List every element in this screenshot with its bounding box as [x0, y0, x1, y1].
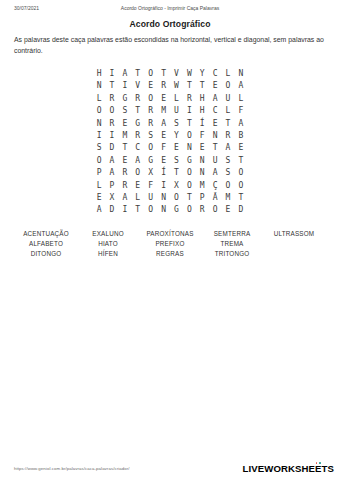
grid-cell-6-8[interactable]: O: [183, 129, 196, 141]
word-item: TRITONGO: [201, 249, 263, 259]
word-item: SEMTERRA: [201, 229, 263, 239]
word-item: ACENTUAÇÃO: [15, 229, 77, 239]
grid-cell-6-2[interactable]: I: [106, 129, 119, 141]
grid-cell-7-7[interactable]: E: [170, 142, 183, 154]
page-title: Acordo Ortográfico: [0, 19, 340, 29]
grid-cell-3-12[interactable]: L: [234, 92, 247, 104]
word-item: TREMA: [201, 239, 263, 249]
grid-cell-7-2[interactable]: D: [106, 142, 119, 154]
grid-cell-6-12[interactable]: B: [234, 129, 247, 141]
grid-cell-10-9[interactable]: M: [196, 179, 209, 191]
word-column-4: SEMTERRATREMATRITONGO: [201, 229, 263, 259]
word-item: DITONGO: [15, 249, 77, 259]
grid-cell-4-4[interactable]: T: [131, 105, 144, 117]
grid-cell-1-4[interactable]: T: [131, 67, 144, 79]
grid-cell-11-4[interactable]: L: [131, 191, 144, 203]
logo-text-post: TS: [322, 463, 334, 474]
grid-cell-9-10[interactable]: A: [209, 167, 222, 179]
grid-cell-8-9[interactable]: N: [196, 154, 209, 166]
grid-cell-5-1[interactable]: N: [93, 117, 106, 129]
word-column-1: ACENTUAÇÃOALFABETODITONGO: [15, 229, 77, 259]
liveworksheets-logo: LIVEWORKSHEETS: [231, 463, 334, 474]
grid-cell-11-3[interactable]: A: [118, 191, 131, 203]
grid-cell-6-3[interactable]: M: [118, 129, 131, 141]
grid-cell-3-9[interactable]: H: [196, 92, 209, 104]
grid-cell-6-6[interactable]: E: [157, 129, 170, 141]
grid-cell-5-6[interactable]: A: [157, 117, 170, 129]
grid-cell-9-3[interactable]: R: [118, 167, 131, 179]
word-item: REGRAS: [139, 249, 201, 259]
grid-cell-12-8[interactable]: O: [183, 204, 196, 216]
word-column-2: EXALUNOHIATOHÍFEN: [77, 229, 139, 259]
grid-cell-8-3[interactable]: E: [118, 154, 131, 166]
grid-cell-12-12[interactable]: D: [234, 204, 247, 216]
word-item: ULTRASSOM: [263, 229, 325, 239]
logo-text-pre: LIVEWORKSHE: [243, 463, 316, 474]
source-url: https://www.geniol.com.br/palavras/caca-…: [14, 466, 130, 471]
grid-cell-5-12[interactable]: A: [234, 117, 247, 129]
grid-cell-4-1[interactable]: O: [93, 105, 106, 117]
grid-cell-7-1[interactable]: S: [93, 142, 106, 154]
word-column-5: ULTRASSOM: [263, 229, 325, 259]
grid-cell-5-8[interactable]: T: [183, 117, 196, 129]
grid-cell-3-10[interactable]: A: [209, 92, 222, 104]
grid-cell-10-2[interactable]: P: [106, 179, 119, 191]
grid-cell-8-10[interactable]: U: [209, 154, 222, 166]
grid-cell-2-12[interactable]: A: [234, 80, 247, 92]
grid-cell-3-7[interactable]: L: [170, 92, 183, 104]
grid-cell-9-12[interactable]: O: [234, 167, 247, 179]
grid-cell-8-7[interactable]: S: [170, 154, 183, 166]
grid-cell-2-10[interactable]: E: [209, 80, 222, 92]
grid-cell-8-8[interactable]: G: [183, 154, 196, 166]
grid-cell-8-4[interactable]: A: [131, 154, 144, 166]
grid-cell-2-1[interactable]: N: [93, 80, 106, 92]
grid-cell-12-3[interactable]: I: [118, 204, 131, 216]
logo-text-e-dotted: E: [315, 463, 322, 474]
grid-cell-2-9[interactable]: T: [196, 80, 209, 92]
grid-cell-9-11[interactable]: S: [222, 167, 235, 179]
word-item: HIATO: [77, 239, 139, 249]
grid-cell-11-1[interactable]: E: [93, 191, 106, 203]
grid-cell-12-2[interactable]: D: [106, 204, 119, 216]
grid-cell-4-9[interactable]: H: [196, 105, 209, 117]
grid-cell-8-2[interactable]: A: [106, 154, 119, 166]
grid-cell-12-5[interactable]: O: [144, 204, 157, 216]
grid-cell-11-10[interactable]: Ã: [209, 191, 222, 203]
grid-cell-1-11[interactable]: L: [222, 67, 235, 79]
grid-cell-11-9[interactable]: P: [196, 191, 209, 203]
grid-cell-3-4[interactable]: R: [131, 92, 144, 104]
grid-cell-4-8[interactable]: I: [183, 105, 196, 117]
grid-cell-7-12[interactable]: E: [234, 142, 247, 154]
grid-cell-6-4[interactable]: R: [131, 129, 144, 141]
grid-cell-9-2[interactable]: A: [106, 167, 119, 179]
instructions-text: As palavras deste caça palavras estão es…: [14, 35, 326, 56]
grid-cell-4-3[interactable]: S: [118, 105, 131, 117]
grid-cell-2-6[interactable]: R: [157, 80, 170, 92]
grid-cell-7-4[interactable]: C: [131, 142, 144, 154]
grid-cell-2-4[interactable]: V: [131, 80, 144, 92]
grid-cell-1-12[interactable]: N: [234, 67, 247, 79]
grid-cell-12-4[interactable]: T: [131, 204, 144, 216]
grid-cell-11-2[interactable]: X: [106, 191, 119, 203]
grid-cell-2-8[interactable]: T: [183, 80, 196, 92]
grid-cell-7-10[interactable]: T: [209, 142, 222, 154]
grid-cell-11-8[interactable]: T: [183, 191, 196, 203]
grid-cell-10-11[interactable]: O: [222, 179, 235, 191]
grid-cell-1-8[interactable]: W: [183, 67, 196, 79]
grid-cell-6-9[interactable]: F: [196, 129, 209, 141]
word-list: ACENTUAÇÃOALFABETODITONGOEXALUNOHIATOHÍF…: [15, 229, 325, 259]
grid-cell-2-2[interactable]: T: [106, 80, 119, 92]
grid-cell-1-7[interactable]: V: [170, 67, 183, 79]
grid-cell-1-5[interactable]: O: [144, 67, 157, 79]
grid-cell-1-6[interactable]: T: [157, 67, 170, 79]
print-meta-row: 30/07/2021 Acordo Ortográfico - Imprimir…: [0, 0, 340, 13]
grid-cell-4-12[interactable]: F: [234, 105, 247, 117]
grid-cell-4-7[interactable]: U: [170, 105, 183, 117]
grid-cell-10-6[interactable]: I: [157, 179, 170, 191]
grid-cell-1-2[interactable]: I: [106, 67, 119, 79]
grid-cell-11-11[interactable]: M: [222, 191, 235, 203]
word-item: PREFIXO: [139, 239, 201, 249]
grid-cell-10-10[interactable]: Ç: [209, 179, 222, 191]
grid-cell-8-11[interactable]: S: [222, 154, 235, 166]
grid-cell-5-10[interactable]: E: [209, 117, 222, 129]
grid-cell-10-1[interactable]: L: [93, 179, 106, 191]
grid-cell-2-7[interactable]: W: [170, 80, 183, 92]
grid-cell-10-5[interactable]: F: [144, 179, 157, 191]
grid-cell-12-6[interactable]: N: [157, 204, 170, 216]
grid-cell-10-7[interactable]: X: [170, 179, 183, 191]
grid-cell-6-7[interactable]: Y: [170, 129, 183, 141]
liveworksheets-logo-text: LIVEWORKSHEETS: [243, 463, 335, 474]
grid-cell-2-3[interactable]: I: [118, 80, 131, 92]
grid-cell-1-1[interactable]: H: [93, 67, 106, 79]
grid-cell-3-3[interactable]: G: [118, 92, 131, 104]
grid-cell-8-1[interactable]: O: [93, 154, 106, 166]
grid-cell-4-6[interactable]: M: [157, 105, 170, 117]
worksheet-page: 30/07/2021 Acordo Ortográfico - Imprimir…: [0, 0, 340, 480]
grid-cell-3-2[interactable]: R: [106, 92, 119, 104]
grid-cell-9-8[interactable]: O: [183, 167, 196, 179]
grid-cell-11-12[interactable]: T: [234, 191, 247, 203]
grid-cell-5-7[interactable]: S: [170, 117, 183, 129]
grid-cell-10-3[interactable]: R: [118, 179, 131, 191]
grid-cell-5-5[interactable]: R: [144, 117, 157, 129]
grid-cell-6-11[interactable]: R: [222, 129, 235, 141]
grid-cell-11-7[interactable]: O: [170, 191, 183, 203]
grid-cell-5-4[interactable]: G: [131, 117, 144, 129]
grid-cell-3-6[interactable]: E: [157, 92, 170, 104]
grid-cell-5-11[interactable]: T: [222, 117, 235, 129]
grid-cell-12-11[interactable]: E: [222, 204, 235, 216]
grid-cell-10-12[interactable]: O: [234, 179, 247, 191]
word-item: EXALUNO: [77, 229, 139, 239]
grid-cell-9-1[interactable]: P: [93, 167, 106, 179]
grid-cell-4-11[interactable]: L: [222, 105, 235, 117]
grid-cell-3-8[interactable]: R: [183, 92, 196, 104]
word-search-grid: HIATOTVWYCLNNTIVERWTTEOALRGROELRHAULOOST…: [93, 67, 248, 216]
liveworksheets-bars-icon: [231, 464, 241, 474]
grid-cell-3-5[interactable]: O: [144, 92, 157, 104]
grid-cell-5-2[interactable]: R: [106, 117, 119, 129]
word-item: ALFABETO: [15, 239, 77, 249]
grid-cell-3-1[interactable]: L: [93, 92, 106, 104]
grid-cell-12-1[interactable]: A: [93, 204, 106, 216]
grid-cell-7-9[interactable]: E: [196, 142, 209, 154]
grid-cell-2-5[interactable]: E: [144, 80, 157, 92]
grid-cell-8-5[interactable]: G: [144, 154, 157, 166]
grid-cell-12-9[interactable]: R: [196, 204, 209, 216]
grid-cell-1-3[interactable]: A: [118, 67, 131, 79]
grid-cell-7-3[interactable]: T: [118, 142, 131, 154]
grid-wrap: HIATOTVWYCLNNTIVERWTTEOALRGROELRHAULOOST…: [93, 67, 248, 216]
grid-cell-6-10[interactable]: N: [209, 129, 222, 141]
grid-cell-7-6[interactable]: F: [157, 142, 170, 154]
word-item: PAROXÍTONAS: [139, 229, 201, 239]
grid-cell-9-5[interactable]: X: [144, 167, 157, 179]
grid-cell-5-9[interactable]: Í: [196, 117, 209, 129]
meta-date: 30/07/2021: [14, 5, 39, 11]
grid-cell-8-6[interactable]: E: [157, 154, 170, 166]
grid-cell-12-10[interactable]: O: [209, 204, 222, 216]
grid-cell-1-9[interactable]: Y: [196, 67, 209, 79]
grid-cell-9-6[interactable]: Í: [157, 167, 170, 179]
grid-cell-2-11[interactable]: O: [222, 80, 235, 92]
grid-cell-4-10[interactable]: C: [209, 105, 222, 117]
grid-cell-4-2[interactable]: O: [106, 105, 119, 117]
grid-cell-11-5[interactable]: U: [144, 191, 157, 203]
word-column-3: PAROXÍTONASPREFIXOREGRAS: [139, 229, 201, 259]
grid-cell-10-8[interactable]: O: [183, 179, 196, 191]
grid-cell-7-8[interactable]: N: [183, 142, 196, 154]
grid-cell-7-5[interactable]: O: [144, 142, 157, 154]
grid-cell-12-7[interactable]: G: [170, 204, 183, 216]
grid-cell-5-3[interactable]: E: [118, 117, 131, 129]
grid-cell-9-9[interactable]: N: [196, 167, 209, 179]
grid-cell-6-5[interactable]: S: [144, 129, 157, 141]
grid-cell-11-6[interactable]: N: [157, 191, 170, 203]
grid-cell-6-1[interactable]: I: [93, 129, 106, 141]
grid-cell-4-5[interactable]: R: [144, 105, 157, 117]
grid-cell-8-12[interactable]: T: [234, 154, 247, 166]
grid-cell-3-11[interactable]: U: [222, 92, 235, 104]
grid-cell-7-11[interactable]: A: [222, 142, 235, 154]
grid-cell-9-7[interactable]: T: [170, 167, 183, 179]
grid-cell-9-4[interactable]: O: [131, 167, 144, 179]
meta-doc-title: Acordo Ortográfico - Imprimir Caça Palav…: [0, 5, 340, 11]
word-item: HÍFEN: [77, 249, 139, 259]
grid-cell-10-4[interactable]: E: [131, 179, 144, 191]
grid-cell-1-10[interactable]: C: [209, 67, 222, 79]
